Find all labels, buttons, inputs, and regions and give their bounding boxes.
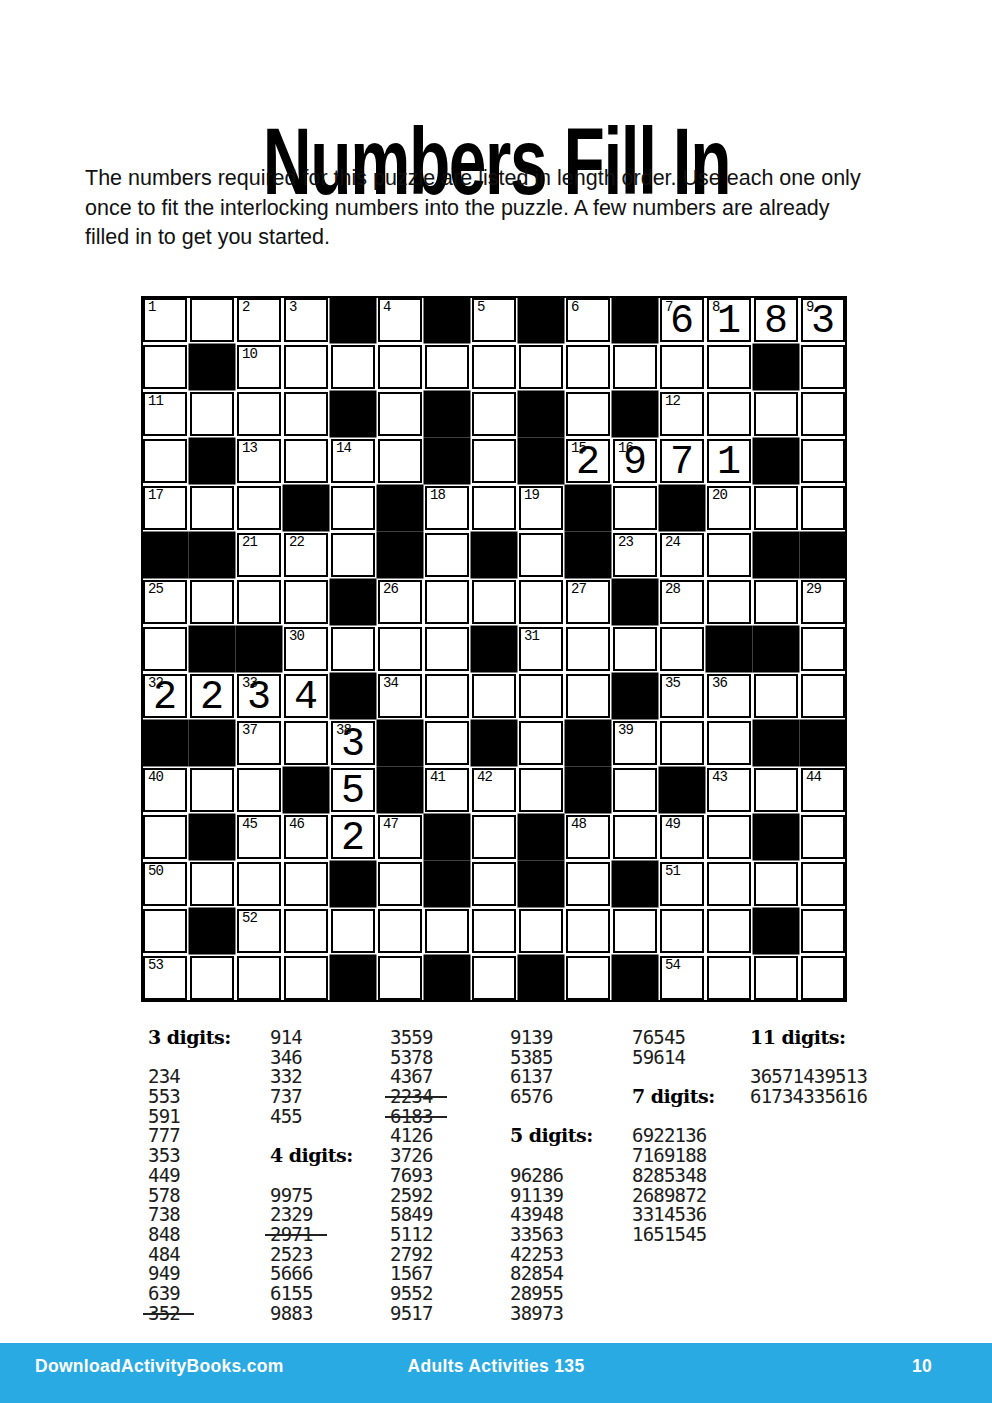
grid-cell-r7c11 xyxy=(613,580,657,624)
clue-number: 42 xyxy=(477,770,492,784)
grid-cell-r1c12[interactable]: 76 xyxy=(660,298,704,342)
grid-cell-r4c8[interactable] xyxy=(472,439,516,483)
grid-cell-r11c12 xyxy=(660,768,704,812)
grid-cell-r12c5[interactable]: 2 xyxy=(331,815,375,859)
grid-cell-r15c1[interactable]: 53 xyxy=(143,956,187,1000)
grid-cell-r5c1[interactable]: 17 xyxy=(143,486,187,530)
grid-cell-r13c15[interactable] xyxy=(801,862,845,906)
grid-cell-r10c14 xyxy=(754,721,798,765)
number-item: 33563 xyxy=(510,1225,593,1245)
grid-cell-r7c2[interactable] xyxy=(190,580,234,624)
grid-cell-r6c13[interactable] xyxy=(707,533,751,577)
grid-cell-r8c11[interactable] xyxy=(613,627,657,671)
number-item: 76545 xyxy=(632,1028,715,1048)
footer-site: DownloadActivityBooks.com xyxy=(35,1356,284,1377)
footer-bar: DownloadActivityBooks.com Adults Activit… xyxy=(0,1343,992,1403)
grid-cell-r8c15[interactable] xyxy=(801,627,845,671)
grid-cell-r14c5[interactable] xyxy=(331,909,375,953)
grid-cell-r14c6[interactable] xyxy=(378,909,422,953)
grid-cell-r2c2 xyxy=(190,345,234,389)
grid-cell-r11c8[interactable]: 42 xyxy=(472,768,516,812)
number-lists: 3 digits:2345535917773534495787388484849… xyxy=(0,1028,992,1340)
grid-cell-r7c8[interactable] xyxy=(472,580,516,624)
grid-cell-r13c13[interactable] xyxy=(707,862,751,906)
clue-number: 28 xyxy=(665,582,680,596)
grid-cell-r13c14[interactable] xyxy=(754,862,798,906)
grid-cell-r2c8[interactable] xyxy=(472,345,516,389)
clue-number: 30 xyxy=(289,629,304,643)
clue-number: 34 xyxy=(383,676,398,690)
grid-cell-r3c8[interactable] xyxy=(472,392,516,436)
clue-number: 17 xyxy=(148,488,163,502)
grid-cell-r5c15[interactable] xyxy=(801,486,845,530)
grid-cell-r12c10[interactable]: 48 xyxy=(566,815,610,859)
grid-cell-r8c14 xyxy=(754,627,798,671)
grid-cell-r1c15[interactable]: 93 xyxy=(801,298,845,342)
grid-cell-r12c12[interactable]: 49 xyxy=(660,815,704,859)
clue-number: 31 xyxy=(524,629,539,643)
grid-cell-r2c9[interactable] xyxy=(519,345,563,389)
grid-cell-r11c11[interactable] xyxy=(613,768,657,812)
grid-cell-r12c15[interactable] xyxy=(801,815,845,859)
filled-digit: 8 xyxy=(764,302,788,342)
number-item: 5666 xyxy=(270,1264,353,1284)
grid-cell-r10c9[interactable] xyxy=(519,721,563,765)
grid-cell-r9c9[interactable] xyxy=(519,674,563,718)
grid-cell-r5c7[interactable]: 18 xyxy=(425,486,469,530)
clue-number: 27 xyxy=(571,582,586,596)
grid-cell-r13c5 xyxy=(331,862,375,906)
number-item-crossed: 2971 xyxy=(270,1225,353,1245)
grid-cell-r15c10[interactable] xyxy=(566,956,610,1000)
grid-cell-r12c3[interactable]: 45 xyxy=(237,815,281,859)
grid-cell-r5c4 xyxy=(284,486,328,530)
grid-cell-r8c1[interactable] xyxy=(143,627,187,671)
clue-number: 4 xyxy=(383,300,390,314)
grid-cell-r9c14[interactable] xyxy=(754,674,798,718)
filled-digit: 5 xyxy=(341,772,365,812)
grid-cell-r2c5[interactable] xyxy=(331,345,375,389)
grid-cell-r8c12[interactable] xyxy=(660,627,704,671)
number-item: 1567 xyxy=(390,1264,433,1284)
grid-cell-r8c8 xyxy=(472,627,516,671)
grid-cell-r12c14 xyxy=(754,815,798,859)
clue-number: 41 xyxy=(430,770,445,784)
grid-cell-r11c10 xyxy=(566,768,610,812)
grid-cell-r1c6[interactable]: 4 xyxy=(378,298,422,342)
grid-cell-r8c2 xyxy=(190,627,234,671)
grid-cell-r3c4[interactable] xyxy=(284,392,328,436)
grid-cell-r15c12[interactable]: 54 xyxy=(660,956,704,1000)
grid-cell-r5c3[interactable] xyxy=(237,486,281,530)
grid-cell-r4c13[interactable]: 1 xyxy=(707,439,751,483)
number-item: 353 xyxy=(148,1146,231,1166)
number-item: 455 xyxy=(270,1107,353,1127)
grid-cell-r10c8 xyxy=(472,721,516,765)
clue-number: 13 xyxy=(242,441,257,455)
grid-cell-r14c12[interactable] xyxy=(660,909,704,953)
grid-cell-r8c9[interactable]: 31 xyxy=(519,627,563,671)
grid-cell-r3c15[interactable] xyxy=(801,392,845,436)
clue-number: 18 xyxy=(430,488,445,502)
grid-cell-r7c6[interactable]: 26 xyxy=(378,580,422,624)
grid-cell-r11c5[interactable]: 5 xyxy=(331,768,375,812)
grid-cell-r4c6[interactable] xyxy=(378,439,422,483)
number-item: 5112 xyxy=(390,1225,433,1245)
length-header: 7 digits: xyxy=(632,1087,715,1107)
grid-cell-r15c8[interactable] xyxy=(472,956,516,1000)
grid-cell-r14c15[interactable] xyxy=(801,909,845,953)
number-item: 61734335616 xyxy=(750,1087,867,1107)
grid-cell-r7c12[interactable]: 28 xyxy=(660,580,704,624)
clue-number: 45 xyxy=(242,817,257,831)
filled-digit: 7 xyxy=(670,443,694,483)
grid-cell-r10c5[interactable]: 383 xyxy=(331,721,375,765)
grid-cell-r13c8[interactable] xyxy=(472,862,516,906)
grid-cell-r15c15[interactable] xyxy=(801,956,845,1000)
grid-cell-r3c14[interactable] xyxy=(754,392,798,436)
grid-cell-r5c13[interactable]: 20 xyxy=(707,486,751,530)
grid-cell-r14c3[interactable]: 52 xyxy=(237,909,281,953)
puzzle-grid: 1234567681893101112131415216971171819202… xyxy=(141,296,847,1002)
clue-number: 23 xyxy=(618,535,633,549)
grid-cell-r13c4[interactable] xyxy=(284,862,328,906)
grid-cell-r5c2[interactable] xyxy=(190,486,234,530)
grid-cell-r5c5[interactable] xyxy=(331,486,375,530)
grid-cell-r4c10[interactable]: 152 xyxy=(566,439,610,483)
number-list-column-5: 76545596147 digits:692213671691888285348… xyxy=(632,1028,715,1245)
grid-cell-r4c15[interactable] xyxy=(801,439,845,483)
length-header: 3 digits: xyxy=(148,1028,231,1048)
grid-cell-r4c5[interactable]: 14 xyxy=(331,439,375,483)
clue-number: 19 xyxy=(524,488,539,502)
grid-cell-r1c2[interactable] xyxy=(190,298,234,342)
clue-number: 46 xyxy=(289,817,304,831)
filled-digit: 1 xyxy=(717,302,741,342)
grid-cell-r7c4[interactable] xyxy=(284,580,328,624)
grid-cell-r4c3[interactable]: 13 xyxy=(237,439,281,483)
number-item: 3314536 xyxy=(632,1205,715,1225)
grid-cell-r14c11[interactable] xyxy=(613,909,657,953)
number-item: 738 xyxy=(148,1205,231,1225)
clue-number: 11 xyxy=(148,394,163,408)
number-item-crossed: 352 xyxy=(148,1304,231,1324)
clue-number: 21 xyxy=(242,535,257,549)
clue-number: 3 xyxy=(289,300,296,314)
grid-cell-r7c9[interactable] xyxy=(519,580,563,624)
number-list-column-6: 11 digits:3657143951361734335616 xyxy=(750,1028,867,1107)
grid-cell-r1c10[interactable]: 6 xyxy=(566,298,610,342)
filled-digit: 6 xyxy=(670,302,694,342)
grid-cell-r5c8[interactable] xyxy=(472,486,516,530)
grid-cell-r5c9[interactable]: 19 xyxy=(519,486,563,530)
grid-cell-r3c10[interactable] xyxy=(566,392,610,436)
grid-cell-r12c13[interactable] xyxy=(707,815,751,859)
grid-cell-r15c14[interactable] xyxy=(754,956,798,1000)
grid-cell-r6c9[interactable] xyxy=(519,533,563,577)
number-item: 3559 xyxy=(390,1028,433,1048)
length-header: 5 digits: xyxy=(510,1126,593,1146)
grid-cell-r7c5 xyxy=(331,580,375,624)
grid-cell-r11c7[interactable]: 41 xyxy=(425,768,469,812)
clue-number: 36 xyxy=(712,676,727,690)
grid-cell-r10c4[interactable] xyxy=(284,721,328,765)
grid-cell-r15c9 xyxy=(519,956,563,1000)
grid-cell-r4c4[interactable] xyxy=(284,439,328,483)
number-item: 9552 xyxy=(390,1284,433,1304)
clue-number: 10 xyxy=(242,347,257,361)
grid-cell-r3c13[interactable] xyxy=(707,392,751,436)
grid-cell-r11c14[interactable] xyxy=(754,768,798,812)
grid-cell-r7c10[interactable]: 27 xyxy=(566,580,610,624)
grid-cell-r6c10 xyxy=(566,533,610,577)
number-item: 43948 xyxy=(510,1205,593,1225)
grid-cell-r6c3[interactable]: 21 xyxy=(237,533,281,577)
grid-cell-r4c1[interactable] xyxy=(143,439,187,483)
clue-number: 8 xyxy=(712,300,719,314)
grid-cell-r4c9 xyxy=(519,439,563,483)
grid-cell-r11c3[interactable] xyxy=(237,768,281,812)
grid-cell-r7c7[interactable] xyxy=(425,580,469,624)
number-item: 914 xyxy=(270,1028,353,1048)
number-item: 3726 xyxy=(390,1146,433,1166)
grid-cell-r1c1[interactable]: 1 xyxy=(143,298,187,342)
clue-number: 1 xyxy=(148,300,155,314)
number-item: 8285348 xyxy=(632,1166,715,1186)
grid-cell-r13c6[interactable] xyxy=(378,862,422,906)
grid-cell-r2c11[interactable] xyxy=(613,345,657,389)
grid-cell-r15c13[interactable] xyxy=(707,956,751,1000)
grid-cell-r13c2[interactable] xyxy=(190,862,234,906)
clue-number: 16 xyxy=(618,441,633,455)
instructions: The numbers required for this puzzle are… xyxy=(85,164,965,253)
grid-cell-r10c12[interactable] xyxy=(660,721,704,765)
grid-cell-r12c8[interactable] xyxy=(472,815,516,859)
grid-cell-r6c7[interactable] xyxy=(425,533,469,577)
clue-number: 25 xyxy=(148,582,163,596)
grid-cell-r4c7 xyxy=(425,439,469,483)
grid-cell-r14c9[interactable] xyxy=(519,909,563,953)
grid-cell-r13c3[interactable] xyxy=(237,862,281,906)
grid-cell-r7c15[interactable]: 29 xyxy=(801,580,845,624)
grid-cell-r7c1[interactable]: 25 xyxy=(143,580,187,624)
grid-cell-r6c5[interactable] xyxy=(331,533,375,577)
clue-number: 37 xyxy=(242,723,257,737)
grid-cell-r7c13[interactable] xyxy=(707,580,751,624)
grid-cell-r6c6 xyxy=(378,533,422,577)
grid-cell-r8c7[interactable] xyxy=(425,627,469,671)
grid-cell-r2c14 xyxy=(754,345,798,389)
grid-cell-r3c2[interactable] xyxy=(190,392,234,436)
number-item: 7693 xyxy=(390,1166,433,1186)
clue-number: 14 xyxy=(336,441,351,455)
length-header: 11 digits: xyxy=(750,1028,867,1048)
grid-cell-r6c4[interactable]: 22 xyxy=(284,533,328,577)
grid-cell-r4c14 xyxy=(754,439,798,483)
grid-cell-r12c4[interactable]: 46 xyxy=(284,815,328,859)
number-item: 553 xyxy=(148,1087,231,1107)
grid-cell-r2c13[interactable] xyxy=(707,345,751,389)
grid-cell-r5c11[interactable] xyxy=(613,486,657,530)
grid-cell-r3c7 xyxy=(425,392,469,436)
grid-cell-r11c6 xyxy=(378,768,422,812)
grid-cell-r14c8[interactable] xyxy=(472,909,516,953)
clue-number: 43 xyxy=(712,770,727,784)
grid-cell-r12c6[interactable]: 47 xyxy=(378,815,422,859)
grid-cell-r9c2[interactable]: 2 xyxy=(190,674,234,718)
clue-number: 35 xyxy=(665,676,680,690)
clue-number: 22 xyxy=(289,535,304,549)
grid-cell-r5c14[interactable] xyxy=(754,486,798,530)
grid-cell-r3c6[interactable] xyxy=(378,392,422,436)
grid-cell-r14c14 xyxy=(754,909,798,953)
grid-cell-r9c8[interactable] xyxy=(472,674,516,718)
grid-cell-r13c12[interactable]: 51 xyxy=(660,862,704,906)
grid-cell-r9c11 xyxy=(613,674,657,718)
grid-cell-r9c12[interactable]: 35 xyxy=(660,674,704,718)
clue-number: 49 xyxy=(665,817,680,831)
grid-cell-r4c11[interactable]: 169 xyxy=(613,439,657,483)
grid-cell-r2c4[interactable] xyxy=(284,345,328,389)
clue-number: 7 xyxy=(665,300,672,314)
grid-cell-r1c8[interactable]: 5 xyxy=(472,298,516,342)
grid-cell-r10c13[interactable] xyxy=(707,721,751,765)
grid-cell-r10c7[interactable] xyxy=(425,721,469,765)
grid-cell-r6c11[interactable]: 23 xyxy=(613,533,657,577)
number-item: 38973 xyxy=(510,1304,593,1324)
number-item: 6576 xyxy=(510,1087,593,1107)
grid-cell-r9c6[interactable]: 34 xyxy=(378,674,422,718)
grid-cell-r13c10[interactable] xyxy=(566,862,610,906)
grid-cell-r2c10[interactable] xyxy=(566,345,610,389)
grid-cell-r3c9 xyxy=(519,392,563,436)
grid-cell-r11c15[interactable]: 44 xyxy=(801,768,845,812)
grid-cell-r12c2 xyxy=(190,815,234,859)
grid-cell-r1c7 xyxy=(425,298,469,342)
grid-cell-r3c3[interactable] xyxy=(237,392,281,436)
grid-cell-r15c11 xyxy=(613,956,657,1000)
grid-cell-r10c3[interactable]: 37 xyxy=(237,721,281,765)
grid-cell-r2c12[interactable] xyxy=(660,345,704,389)
grid-cell-r15c4[interactable] xyxy=(284,956,328,1000)
clue-number: 2 xyxy=(242,300,249,314)
grid-cell-r14c10[interactable] xyxy=(566,909,610,953)
grid-cell-r8c6[interactable] xyxy=(378,627,422,671)
grid-cell-r1c11 xyxy=(613,298,657,342)
grid-cell-r2c15[interactable] xyxy=(801,345,845,389)
grid-cell-r15c3[interactable] xyxy=(237,956,281,1000)
grid-cell-r15c6[interactable] xyxy=(378,956,422,1000)
grid-cell-r6c15 xyxy=(801,533,845,577)
grid-cell-r13c1[interactable]: 50 xyxy=(143,862,187,906)
clue-number: 12 xyxy=(665,394,680,408)
filled-digit: 3 xyxy=(811,302,835,342)
grid-cell-r8c5[interactable] xyxy=(331,627,375,671)
grid-cell-r1c13[interactable]: 81 xyxy=(707,298,751,342)
number-item: 96286 xyxy=(510,1166,593,1186)
grid-cell-r6c12[interactable]: 24 xyxy=(660,533,704,577)
grid-cell-r9c15[interactable] xyxy=(801,674,845,718)
grid-cell-r9c13[interactable]: 36 xyxy=(707,674,751,718)
number-item: 59614 xyxy=(632,1048,715,1068)
footer-page-number: 10 xyxy=(912,1356,932,1377)
grid-cell-r3c1[interactable]: 11 xyxy=(143,392,187,436)
grid-cell-r14c4[interactable] xyxy=(284,909,328,953)
grid-cell-r15c2[interactable] xyxy=(190,956,234,1000)
grid-cell-r13c9 xyxy=(519,862,563,906)
number-item: 7169188 xyxy=(632,1146,715,1166)
grid-cell-r9c1[interactable]: 322 xyxy=(143,674,187,718)
grid-cell-r11c1[interactable]: 40 xyxy=(143,768,187,812)
grid-cell-r14c2 xyxy=(190,909,234,953)
grid-cell-r11c13[interactable]: 43 xyxy=(707,768,751,812)
grid-cell-r9c4[interactable]: 4 xyxy=(284,674,328,718)
clue-number: 15 xyxy=(571,441,586,455)
number-list-column-3: 3559537843672234618341263726769325925849… xyxy=(390,1028,433,1323)
grid-cell-r14c1[interactable] xyxy=(143,909,187,953)
grid-cell-r10c10 xyxy=(566,721,610,765)
grid-cell-r6c8 xyxy=(472,533,516,577)
clue-number: 6 xyxy=(571,300,578,314)
grid-cell-r12c9 xyxy=(519,815,563,859)
grid-cell-r11c2[interactable] xyxy=(190,768,234,812)
grid-cell-r1c3[interactable]: 2 xyxy=(237,298,281,342)
grid-cell-r1c5 xyxy=(331,298,375,342)
grid-cell-r9c3[interactable]: 333 xyxy=(237,674,281,718)
length-header: 4 digits: xyxy=(270,1146,353,1166)
grid-cell-r10c1 xyxy=(143,721,187,765)
grid-cell-r12c1[interactable] xyxy=(143,815,187,859)
grid-cell-r12c11[interactable] xyxy=(613,815,657,859)
number-item: 28955 xyxy=(510,1284,593,1304)
grid-cell-r2c7[interactable] xyxy=(425,345,469,389)
grid-cell-r9c7[interactable] xyxy=(425,674,469,718)
grid-cell-r5c12 xyxy=(660,486,704,530)
filled-digit: 2 xyxy=(200,678,224,718)
grid-cell-r4c12[interactable]: 7 xyxy=(660,439,704,483)
number-item-crossed: 2234 xyxy=(390,1087,433,1107)
grid-cell-r1c14[interactable]: 8 xyxy=(754,298,798,342)
grid-cell-r14c13[interactable] xyxy=(707,909,751,953)
grid-cell-r8c10[interactable] xyxy=(566,627,610,671)
grid-cell-r3c5 xyxy=(331,392,375,436)
number-item: 82854 xyxy=(510,1264,593,1284)
grid-cell-r3c12[interactable]: 12 xyxy=(660,392,704,436)
grid-cell-r2c3[interactable]: 10 xyxy=(237,345,281,389)
grid-cell-r10c2 xyxy=(190,721,234,765)
number-item: 9139 xyxy=(510,1028,593,1048)
grid-cell-r7c3[interactable] xyxy=(237,580,281,624)
grid-cell-r6c1 xyxy=(143,533,187,577)
grid-cell-r8c4[interactable]: 30 xyxy=(284,627,328,671)
number-item: 1651545 xyxy=(632,1225,715,1245)
grid-cell-r10c11[interactable]: 39 xyxy=(613,721,657,765)
grid-cell-r1c4[interactable]: 3 xyxy=(284,298,328,342)
grid-cell-r9c10[interactable] xyxy=(566,674,610,718)
grid-cell-r7c14[interactable] xyxy=(754,580,798,624)
clue-number: 44 xyxy=(806,770,821,784)
grid-cell-r14c7[interactable] xyxy=(425,909,469,953)
grid-cell-r15c7 xyxy=(425,956,469,1000)
grid-cell-r4c2 xyxy=(190,439,234,483)
clue-number: 24 xyxy=(665,535,680,549)
grid-cell-r2c6[interactable] xyxy=(378,345,422,389)
spacer xyxy=(510,1146,593,1166)
clue-number: 33 xyxy=(242,676,257,690)
grid-cell-r2c1[interactable] xyxy=(143,345,187,389)
grid-cell-r11c9[interactable] xyxy=(519,768,563,812)
clue-number: 39 xyxy=(618,723,633,737)
